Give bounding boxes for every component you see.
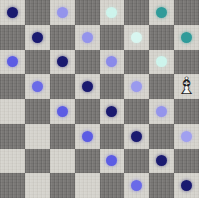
board-square-c1r0[interactable]	[25, 0, 50, 25]
navy-dot	[156, 155, 167, 166]
navy-dot	[57, 56, 68, 67]
board-square-c2r5[interactable]	[50, 124, 75, 149]
board-square-c1r7[interactable]	[25, 173, 50, 198]
board-square-c1r2[interactable]	[25, 50, 50, 75]
board-square-c3r4[interactable]	[75, 99, 100, 124]
board-square-c7r0[interactable]	[174, 0, 199, 25]
board-square-c3r6[interactable]	[75, 149, 100, 174]
blue-dot	[57, 106, 68, 117]
board-square-c0r4[interactable]	[0, 99, 25, 124]
bishop-outline-glyph: ♗	[174, 74, 199, 99]
board-square-c7r2[interactable]	[174, 50, 199, 75]
navy-dot	[131, 131, 142, 142]
board-square-c2r6[interactable]	[50, 149, 75, 174]
board-square-c2r3[interactable]	[50, 74, 75, 99]
navy-dot	[181, 180, 192, 191]
board-square-c4r1[interactable]	[100, 25, 125, 50]
board-square-c2r4[interactable]	[50, 99, 75, 124]
board-square-c3r5[interactable]	[75, 124, 100, 149]
board-square-c7r3[interactable]: ♝♗	[174, 74, 199, 99]
board-square-c1r1[interactable]	[25, 25, 50, 50]
white-bishop[interactable]: ♝♗	[174, 74, 199, 99]
board-square-c4r2[interactable]	[100, 50, 125, 75]
blue-dot	[82, 131, 93, 142]
board-square-c4r3[interactable]	[100, 74, 125, 99]
board-square-c4r7[interactable]	[100, 173, 125, 198]
blue-dot	[7, 56, 18, 67]
board-square-c6r5[interactable]	[149, 124, 174, 149]
board-square-c5r2[interactable]	[124, 50, 149, 75]
board-square-c0r7[interactable]	[0, 173, 25, 198]
board-square-c5r1[interactable]	[124, 25, 149, 50]
board-square-c0r6[interactable]	[0, 149, 25, 174]
board-square-c2r7[interactable]	[50, 173, 75, 198]
board-square-c0r1[interactable]	[0, 25, 25, 50]
board-square-c1r6[interactable]	[25, 149, 50, 174]
board-square-c2r0[interactable]	[50, 0, 75, 25]
board-square-c0r5[interactable]	[0, 124, 25, 149]
board-square-c7r4[interactable]	[174, 99, 199, 124]
board-square-c7r6[interactable]	[174, 149, 199, 174]
board-square-c5r3[interactable]	[124, 74, 149, 99]
periwinkle-dot	[156, 106, 167, 117]
screenshot-stage: ♝♗	[0, 0, 199, 198]
board-square-c1r3[interactable]	[25, 74, 50, 99]
board-square-c5r5[interactable]	[124, 124, 149, 149]
navy-dot	[82, 81, 93, 92]
navy-dot	[7, 7, 18, 18]
board-square-c0r2[interactable]	[0, 50, 25, 75]
board-square-c5r6[interactable]	[124, 149, 149, 174]
pale_cyan-dot	[131, 32, 142, 43]
blue-dot	[131, 180, 142, 191]
board-square-c7r7[interactable]	[174, 173, 199, 198]
pale_cyan-dot	[156, 56, 167, 67]
board-square-c5r7[interactable]	[124, 173, 149, 198]
board-square-c6r6[interactable]	[149, 149, 174, 174]
board-square-c7r5[interactable]	[174, 124, 199, 149]
board-square-c3r7[interactable]	[75, 173, 100, 198]
board-square-c0r3[interactable]	[0, 74, 25, 99]
board-square-c1r4[interactable]	[25, 99, 50, 124]
board-square-c6r0[interactable]	[149, 0, 174, 25]
board-square-c1r5[interactable]	[25, 124, 50, 149]
navy-dot	[32, 32, 43, 43]
navy-dot	[106, 106, 117, 117]
teal-dot	[181, 32, 192, 43]
periwinkle-dot	[106, 56, 117, 67]
board-square-c4r4[interactable]	[100, 99, 125, 124]
board-square-c4r5[interactable]	[100, 124, 125, 149]
board-square-c2r2[interactable]	[50, 50, 75, 75]
board-square-c6r7[interactable]	[149, 173, 174, 198]
board-square-c6r3[interactable]	[149, 74, 174, 99]
board-square-c3r2[interactable]	[75, 50, 100, 75]
board-square-c3r3[interactable]	[75, 74, 100, 99]
board-square-c6r2[interactable]	[149, 50, 174, 75]
board-square-c5r0[interactable]	[124, 0, 149, 25]
board-square-c5r4[interactable]	[124, 99, 149, 124]
periwinkle-dot	[181, 131, 192, 142]
pale_cyan-dot	[106, 7, 117, 18]
board-square-c6r4[interactable]	[149, 99, 174, 124]
blue-dot	[106, 155, 117, 166]
board-square-c4r0[interactable]	[100, 0, 125, 25]
board-square-c3r0[interactable]	[75, 0, 100, 25]
periwinkle-dot	[82, 32, 93, 43]
board: ♝♗	[0, 0, 199, 198]
blue-dot	[32, 81, 43, 92]
teal-dot	[156, 7, 167, 18]
periwinkle-dot	[131, 81, 142, 92]
board-square-c0r0[interactable]	[0, 0, 25, 25]
board-square-c3r1[interactable]	[75, 25, 100, 50]
board-square-c7r1[interactable]	[174, 25, 199, 50]
board-square-c4r6[interactable]	[100, 149, 125, 174]
board-square-c6r1[interactable]	[149, 25, 174, 50]
board-square-c2r1[interactable]	[50, 25, 75, 50]
periwinkle-dot	[57, 7, 68, 18]
